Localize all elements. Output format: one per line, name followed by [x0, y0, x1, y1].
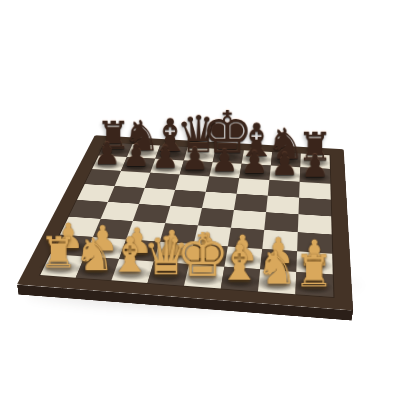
square-g5: [266, 196, 299, 215]
square-h5: [298, 198, 331, 217]
white-knight: ♞: [256, 244, 298, 291]
square-d6: [175, 175, 209, 192]
square-c7: ♟: [150, 159, 184, 175]
square-b6: [115, 171, 151, 188]
square-b5: [108, 186, 145, 204]
black-pawn: ♟: [301, 150, 329, 181]
black-pawn: ♟: [93, 138, 120, 168]
square-c6: [145, 173, 180, 190]
black-pawn: ♟: [241, 147, 269, 178]
square-f1: ♝: [221, 267, 260, 292]
square-d7: ♟: [180, 160, 213, 176]
square-f7: ♟: [239, 164, 271, 180]
square-f6: [237, 178, 270, 195]
square-d5: [170, 190, 205, 208]
square-f5: [234, 194, 268, 213]
white-rook: ♜: [40, 231, 79, 274]
black-pawn: ♟: [181, 143, 209, 174]
black-pawn: ♟: [211, 145, 239, 176]
board-grid: ♜♞♝♛♚♝♞♜♟♟♟♟♟♟♟♟♟♟♟♟♟♟♟♟♜♞♝♛♚♝♞♜: [40, 142, 333, 297]
square-h7: ♟: [300, 167, 331, 184]
square-c5: [139, 188, 175, 206]
chess-board-frame: ♜♞♝♛♚♝♞♜♟♟♟♟♟♟♟♟♟♟♟♟♟♟♟♟♜♞♝♛♚♝♞♜: [17, 135, 353, 310]
white-bishop: ♝: [218, 239, 262, 288]
square-h6: [299, 182, 331, 200]
square-e7: ♟: [209, 162, 241, 178]
black-pawn: ♟: [122, 140, 149, 171]
square-e5: [202, 192, 237, 210]
board-right-edge: [343, 149, 353, 320]
square-g1: ♞: [258, 269, 296, 294]
chess-set-photo: ♜♞♝♛♚♝♞♜♟♟♟♟♟♟♟♟♟♟♟♟♟♟♟♟♜♞♝♛♚♝♞♜: [0, 0, 400, 400]
black-pawn: ♟: [152, 142, 179, 173]
square-a5: [77, 184, 115, 202]
square-b7: ♟: [121, 157, 155, 173]
white-rook: ♜: [294, 249, 334, 293]
square-g6: [268, 180, 300, 197]
square-h1: ♜: [295, 272, 333, 297]
black-pawn: ♟: [271, 149, 299, 180]
square-g7: ♟: [269, 166, 300, 182]
